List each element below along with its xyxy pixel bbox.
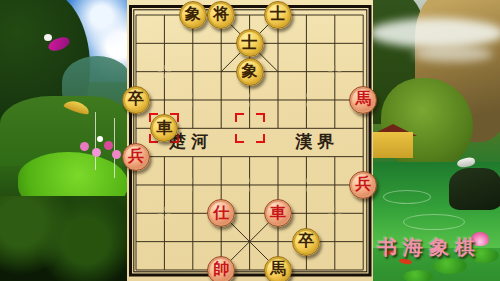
flower-stem <box>95 112 96 170</box>
right-scenery: 书海象棋 <box>373 0 500 281</box>
watermark-text: 书海象棋 <box>377 234 499 261</box>
black-piece-卒[interactable]: 卒 <box>292 228 320 256</box>
red-piece-帥[interactable]: 帥 <box>207 256 235 281</box>
black-piece-象[interactable]: 象 <box>179 1 207 29</box>
red-piece-車[interactable]: 車 <box>264 199 292 227</box>
lake-rock <box>449 168 500 210</box>
black-piece-将[interactable]: 将 <box>207 1 235 29</box>
pink-flower <box>104 141 113 150</box>
piece-layer: 象将士士象卒馬車兵兵仕車卒帥馬 <box>122 1 378 281</box>
black-piece-象[interactable]: 象 <box>236 58 264 86</box>
left-scenery <box>0 0 128 281</box>
water-ripple <box>403 214 465 230</box>
flower-stem <box>114 118 115 178</box>
dark-foliage <box>0 196 128 281</box>
red-piece-馬[interactable]: 馬 <box>349 86 377 114</box>
pink-flower <box>112 150 121 159</box>
xiangqi-board: 楚河 漢界 象将士士象卒馬車兵兵仕車卒帥馬 <box>127 0 373 281</box>
red-piece-兵[interactable]: 兵 <box>349 171 377 199</box>
mist-cloud <box>413 46 493 62</box>
black-piece-馬[interactable]: 馬 <box>264 256 292 281</box>
pink-flower <box>80 142 89 151</box>
pink-flower <box>92 148 101 157</box>
water-ripple <box>383 190 431 204</box>
black-piece-士[interactable]: 士 <box>264 1 292 29</box>
lotus-pad <box>403 270 433 281</box>
white-flower <box>97 136 103 142</box>
mist-cloud <box>373 18 500 48</box>
screenshot: 书海象棋 楚河 漢界 象将士士象卒馬車兵兵仕車卒帥馬 <box>0 0 500 281</box>
hummingbird-head <box>44 34 52 41</box>
last-move-marker <box>235 113 265 143</box>
red-piece-仕[interactable]: 仕 <box>207 199 235 227</box>
black-piece-卒[interactable]: 卒 <box>122 86 150 114</box>
red-piece-兵[interactable]: 兵 <box>122 143 150 171</box>
black-piece-士[interactable]: 士 <box>236 29 264 57</box>
temple-building <box>373 132 413 158</box>
